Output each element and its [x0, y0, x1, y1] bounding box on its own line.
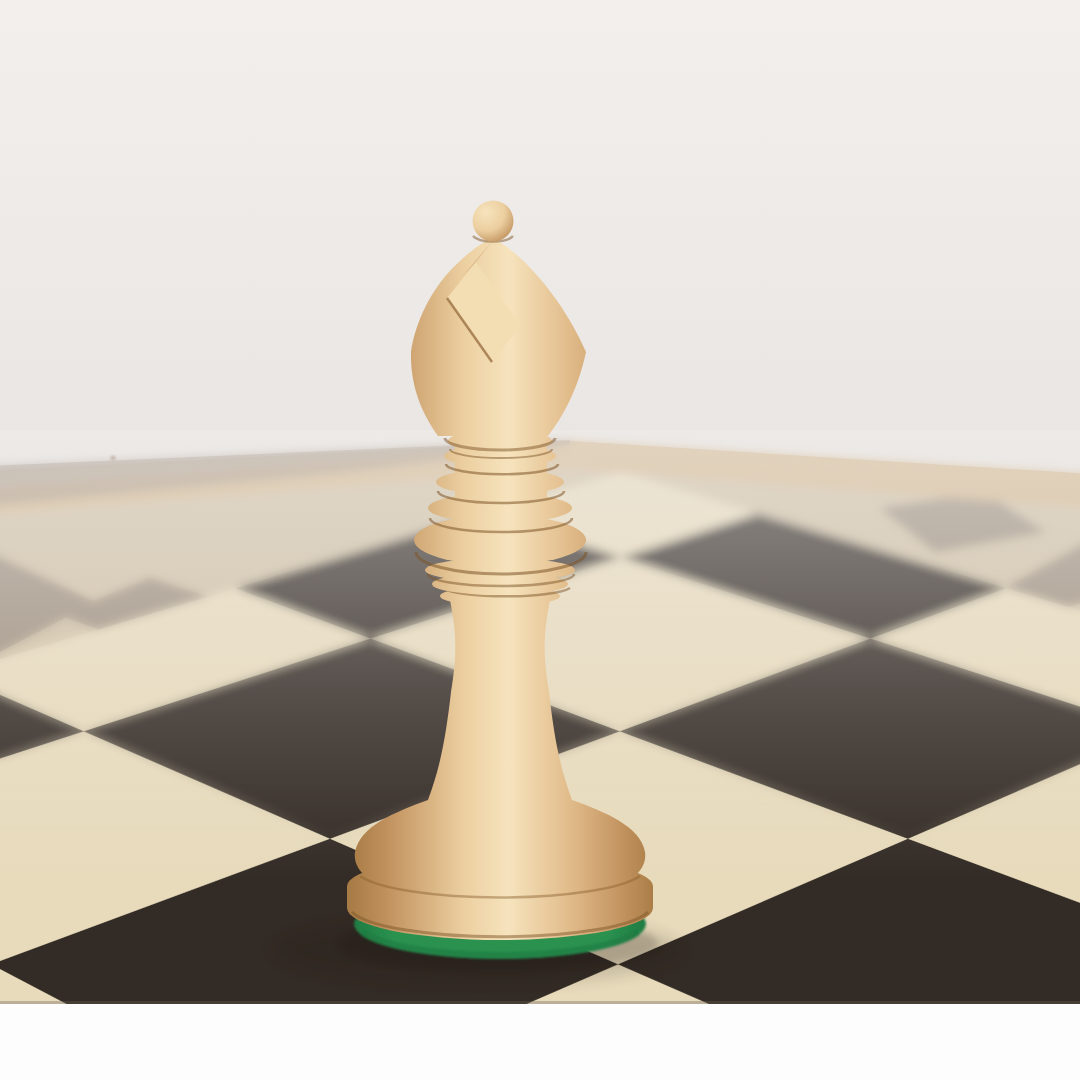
chess-photo: White boxwood bishop chess piece standin…	[0, 0, 1080, 1080]
base-bell	[355, 800, 645, 894]
finial-ball	[473, 201, 514, 242]
photo-scene: White boxwood bishop chess piece standin…	[0, 0, 1080, 1080]
foreground-surface	[0, 1001, 1080, 1080]
